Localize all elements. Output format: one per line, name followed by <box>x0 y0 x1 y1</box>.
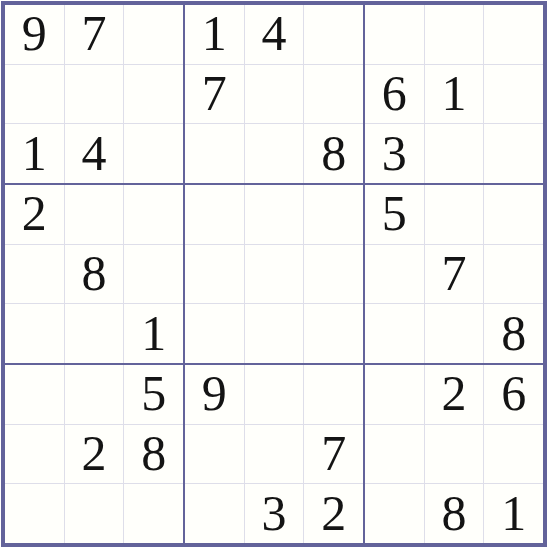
cell-r4c8[interactable] <box>425 185 484 244</box>
cell-r9c9[interactable]: 1 <box>484 484 543 543</box>
cell-r7c5[interactable] <box>245 365 304 424</box>
cell-r2c4[interactable]: 7 <box>185 65 244 124</box>
cell-r2c2[interactable] <box>65 65 124 124</box>
cell-r1c2[interactable]: 7 <box>65 5 124 64</box>
given-digit: 7 <box>321 428 346 478</box>
cell-r9c5[interactable]: 3 <box>245 484 304 543</box>
given-digit: 8 <box>321 128 346 178</box>
cell-r6c1[interactable] <box>5 304 64 363</box>
cell-r5c7[interactable] <box>365 245 424 304</box>
sudoku-box-2-1: 281 <box>5 185 183 363</box>
cell-r8c3[interactable]: 8 <box>124 425 183 484</box>
given-digit: 4 <box>261 8 286 58</box>
cell-r3c8[interactable] <box>425 124 484 183</box>
cell-r5c8[interactable]: 7 <box>425 245 484 304</box>
given-digit: 8 <box>141 428 166 478</box>
cell-r6c3[interactable]: 1 <box>124 304 183 363</box>
given-digit: 1 <box>141 308 166 358</box>
sudoku-box-2-3: 578 <box>365 185 543 363</box>
cell-r2c8[interactable]: 1 <box>425 65 484 124</box>
cell-r6c5[interactable] <box>245 304 304 363</box>
given-digit: 1 <box>202 8 227 58</box>
given-digit: 6 <box>382 68 407 118</box>
cell-r1c4[interactable]: 1 <box>185 5 244 64</box>
given-digit: 8 <box>441 488 466 538</box>
cell-r5c1[interactable] <box>5 245 64 304</box>
cell-r5c5[interactable] <box>245 245 304 304</box>
given-digit: 8 <box>501 308 526 358</box>
cell-r2c6[interactable] <box>304 65 363 124</box>
cell-r5c3[interactable] <box>124 245 183 304</box>
cell-r3c9[interactable] <box>484 124 543 183</box>
cell-r8c1[interactable] <box>5 425 64 484</box>
cell-r5c2[interactable]: 8 <box>65 245 124 304</box>
given-digit: 4 <box>81 128 106 178</box>
cell-r7c9[interactable]: 6 <box>484 365 543 424</box>
given-digit: 9 <box>22 8 47 58</box>
cell-r3c1[interactable]: 1 <box>5 124 64 183</box>
cell-r3c5[interactable] <box>245 124 304 183</box>
given-digit: 7 <box>202 68 227 118</box>
cell-r3c4[interactable] <box>185 124 244 183</box>
given-digit: 3 <box>261 488 286 538</box>
given-digit: 6 <box>501 368 526 418</box>
cell-r9c7[interactable] <box>365 484 424 543</box>
cell-r4c1[interactable]: 2 <box>5 185 64 244</box>
cell-r6c9[interactable]: 8 <box>484 304 543 363</box>
cell-r3c7[interactable]: 3 <box>365 124 424 183</box>
cell-r8c7[interactable] <box>365 425 424 484</box>
sudoku-board: 9714147861328157852897322681 <box>1 1 547 547</box>
cell-r4c4[interactable] <box>185 185 244 244</box>
cell-r9c3[interactable] <box>124 484 183 543</box>
given-digit: 7 <box>441 248 466 298</box>
given-digit: 5 <box>382 188 407 238</box>
given-digit: 7 <box>81 8 106 58</box>
sudoku-box-3-2: 9732 <box>185 365 363 543</box>
given-digit: 9 <box>202 368 227 418</box>
given-digit: 8 <box>81 248 106 298</box>
given-digit: 2 <box>22 188 47 238</box>
cell-r7c7[interactable] <box>365 365 424 424</box>
cell-r2c9[interactable] <box>484 65 543 124</box>
sudoku-box-1-2: 1478 <box>185 5 363 183</box>
cell-r6c4[interactable] <box>185 304 244 363</box>
cell-r8c9[interactable] <box>484 425 543 484</box>
cell-r8c4[interactable] <box>185 425 244 484</box>
cell-r6c7[interactable] <box>365 304 424 363</box>
cell-r7c4[interactable]: 9 <box>185 365 244 424</box>
cell-r4c2[interactable] <box>65 185 124 244</box>
given-digit: 1 <box>501 488 526 538</box>
cell-r5c4[interactable] <box>185 245 244 304</box>
cell-r2c3[interactable] <box>124 65 183 124</box>
sudoku-box-2-2 <box>185 185 363 363</box>
cell-r4c7[interactable]: 5 <box>365 185 424 244</box>
cell-r4c3[interactable] <box>124 185 183 244</box>
cell-r1c1[interactable]: 9 <box>5 5 64 64</box>
given-digit: 5 <box>141 368 166 418</box>
cell-r8c2[interactable]: 2 <box>65 425 124 484</box>
sudoku-box-1-3: 613 <box>365 5 543 183</box>
cell-r7c8[interactable]: 2 <box>425 365 484 424</box>
cell-r6c6[interactable] <box>304 304 363 363</box>
cell-r7c1[interactable] <box>5 365 64 424</box>
cell-r2c5[interactable] <box>245 65 304 124</box>
cell-r5c9[interactable] <box>484 245 543 304</box>
cell-r9c1[interactable] <box>5 484 64 543</box>
given-digit: 1 <box>441 68 466 118</box>
cell-r1c6[interactable] <box>304 5 363 64</box>
given-digit: 2 <box>321 488 346 538</box>
cell-r3c2[interactable]: 4 <box>65 124 124 183</box>
cell-r9c6[interactable]: 2 <box>304 484 363 543</box>
cell-r7c2[interactable] <box>65 365 124 424</box>
cell-r2c1[interactable] <box>5 65 64 124</box>
cell-r8c5[interactable] <box>245 425 304 484</box>
cell-r1c7[interactable] <box>365 5 424 64</box>
cell-r2c7[interactable]: 6 <box>365 65 424 124</box>
cell-r4c6[interactable] <box>304 185 363 244</box>
cell-r7c6[interactable] <box>304 365 363 424</box>
sudoku-box-1-1: 9714 <box>5 5 183 183</box>
cell-r5c6[interactable] <box>304 245 363 304</box>
cell-r8c6[interactable]: 7 <box>304 425 363 484</box>
sudoku-box-3-3: 2681 <box>365 365 543 543</box>
cell-r4c9[interactable] <box>484 185 543 244</box>
cell-r9c4[interactable] <box>185 484 244 543</box>
cell-r3c3[interactable] <box>124 124 183 183</box>
cell-r7c3[interactable]: 5 <box>124 365 183 424</box>
cell-r4c5[interactable] <box>245 185 304 244</box>
cell-r9c2[interactable] <box>65 484 124 543</box>
cell-r1c9[interactable] <box>484 5 543 64</box>
cell-r3c6[interactable]: 8 <box>304 124 363 183</box>
given-digit: 2 <box>441 368 466 418</box>
cell-r6c2[interactable] <box>65 304 124 363</box>
given-digit: 2 <box>81 428 106 478</box>
cell-r8c8[interactable] <box>425 425 484 484</box>
cell-r9c8[interactable]: 8 <box>425 484 484 543</box>
cell-r1c3[interactable] <box>124 5 183 64</box>
given-digit: 3 <box>382 128 407 178</box>
cell-r1c8[interactable] <box>425 5 484 64</box>
cell-r1c5[interactable]: 4 <box>245 5 304 64</box>
cell-r6c8[interactable] <box>425 304 484 363</box>
given-digit: 1 <box>22 128 47 178</box>
sudoku-box-3-1: 528 <box>5 365 183 543</box>
